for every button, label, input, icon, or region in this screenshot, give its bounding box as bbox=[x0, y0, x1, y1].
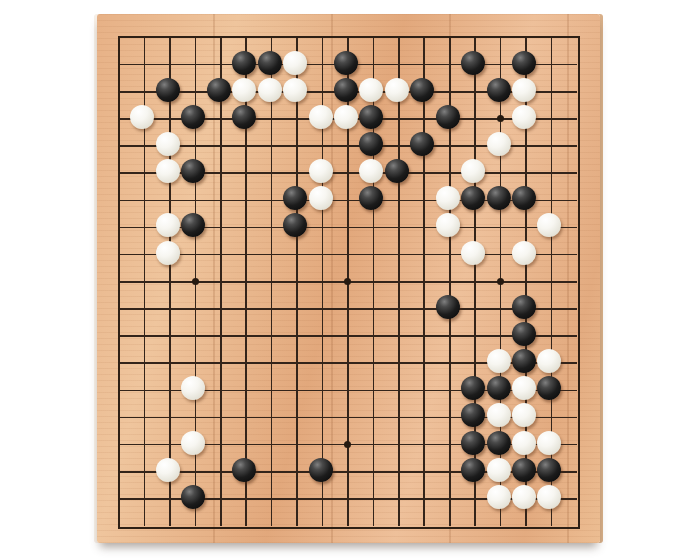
stone-black[interactable] bbox=[512, 322, 536, 346]
stone-white[interactable] bbox=[487, 132, 511, 156]
stone-black[interactable] bbox=[461, 431, 485, 455]
page-background bbox=[0, 0, 700, 560]
stone-white[interactable] bbox=[181, 431, 205, 455]
go-board[interactable] bbox=[97, 14, 600, 543]
stone-white[interactable] bbox=[309, 159, 333, 183]
stone-black[interactable] bbox=[512, 458, 536, 482]
stone-black[interactable] bbox=[487, 78, 511, 102]
stone-white[interactable] bbox=[436, 186, 460, 210]
stone-black[interactable] bbox=[385, 159, 409, 183]
stone-white[interactable] bbox=[156, 159, 180, 183]
board-grid-layer bbox=[97, 14, 600, 543]
stone-white[interactable] bbox=[232, 78, 256, 102]
stone-white[interactable] bbox=[487, 403, 511, 427]
stone-white[interactable] bbox=[156, 458, 180, 482]
stone-black[interactable] bbox=[156, 78, 180, 102]
stone-black[interactable] bbox=[334, 78, 358, 102]
stone-black[interactable] bbox=[461, 51, 485, 75]
stone-white[interactable] bbox=[283, 51, 307, 75]
stone-white[interactable] bbox=[156, 132, 180, 156]
stone-white[interactable] bbox=[512, 431, 536, 455]
stone-black[interactable] bbox=[410, 78, 434, 102]
stone-black[interactable] bbox=[461, 458, 485, 482]
stone-white[interactable] bbox=[258, 78, 282, 102]
stone-black[interactable] bbox=[512, 51, 536, 75]
stone-black[interactable] bbox=[334, 51, 358, 75]
stone-white[interactable] bbox=[309, 186, 333, 210]
stone-black[interactable] bbox=[436, 105, 460, 129]
stone-black[interactable] bbox=[487, 431, 511, 455]
stone-white[interactable] bbox=[487, 349, 511, 373]
stone-black[interactable] bbox=[487, 186, 511, 210]
stone-white[interactable] bbox=[537, 431, 561, 455]
stone-black[interactable] bbox=[232, 458, 256, 482]
stone-black[interactable] bbox=[258, 51, 282, 75]
stone-white[interactable] bbox=[512, 241, 536, 265]
stone-black[interactable] bbox=[436, 295, 460, 319]
stone-white[interactable] bbox=[334, 105, 358, 129]
stone-black[interactable] bbox=[232, 51, 256, 75]
stone-white[interactable] bbox=[487, 458, 511, 482]
stone-white[interactable] bbox=[487, 485, 511, 509]
stone-white[interactable] bbox=[156, 241, 180, 265]
stone-white[interactable] bbox=[512, 78, 536, 102]
stone-white[interactable] bbox=[512, 485, 536, 509]
stone-white[interactable] bbox=[309, 105, 333, 129]
stone-black[interactable] bbox=[309, 458, 333, 482]
stone-white[interactable] bbox=[359, 78, 383, 102]
stone-white[interactable] bbox=[461, 241, 485, 265]
stone-white[interactable] bbox=[283, 78, 307, 102]
stone-black[interactable] bbox=[207, 78, 231, 102]
stone-black[interactable] bbox=[487, 376, 511, 400]
stone-black[interactable] bbox=[512, 295, 536, 319]
stone-white[interactable] bbox=[385, 78, 409, 102]
stone-black[interactable] bbox=[232, 105, 256, 129]
stone-white[interactable] bbox=[512, 105, 536, 129]
